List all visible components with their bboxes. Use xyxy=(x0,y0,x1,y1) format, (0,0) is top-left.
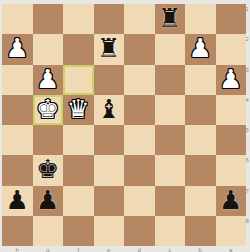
square-f8[interactable] xyxy=(63,216,94,246)
square-c6[interactable] xyxy=(155,155,186,185)
square-b2[interactable]: ♟ xyxy=(185,34,216,64)
rank-label-1: 1 xyxy=(246,6,249,12)
rank-label-4: 4 xyxy=(246,97,249,103)
square-h6[interactable] xyxy=(2,155,33,185)
square-a2[interactable] xyxy=(216,34,247,64)
black-pawn[interactable]: ♟ xyxy=(219,187,242,213)
white-pawn[interactable]: ♟ xyxy=(219,66,242,92)
black-rook[interactable]: ♜ xyxy=(158,5,181,31)
square-g8[interactable] xyxy=(33,216,64,246)
white-queen[interactable]: ♛ xyxy=(67,96,90,122)
square-a3[interactable]: ♟ xyxy=(216,65,247,95)
black-pawn[interactable]: ♟ xyxy=(6,187,29,213)
file-label-f: f xyxy=(77,247,79,252)
square-d1[interactable] xyxy=(124,4,155,34)
square-h8[interactable] xyxy=(2,216,33,246)
white-pawn[interactable]: ♟ xyxy=(6,35,29,61)
square-e4[interactable]: ♝ xyxy=(94,95,125,125)
square-h4[interactable] xyxy=(2,95,33,125)
square-e8[interactable] xyxy=(94,216,125,246)
square-f1[interactable] xyxy=(63,4,94,34)
square-e3[interactable] xyxy=(94,65,125,95)
square-f2[interactable] xyxy=(63,34,94,64)
square-c4[interactable] xyxy=(155,95,186,125)
square-e1[interactable] xyxy=(94,4,125,34)
rank-label-7: 7 xyxy=(246,188,249,194)
square-f7[interactable] xyxy=(63,186,94,216)
black-king[interactable]: ♚ xyxy=(36,156,59,182)
square-e7[interactable] xyxy=(94,186,125,216)
square-d2[interactable] xyxy=(124,34,155,64)
square-f3[interactable] xyxy=(63,65,94,95)
square-c2[interactable] xyxy=(155,34,186,64)
white-king[interactable]: ♚ xyxy=(36,96,59,122)
square-d8[interactable] xyxy=(124,216,155,246)
square-d6[interactable] xyxy=(124,155,155,185)
square-f4[interactable]: ♛ xyxy=(63,95,94,125)
square-h3[interactable] xyxy=(2,65,33,95)
file-label-h: h xyxy=(16,247,19,252)
file-label-e: e xyxy=(107,247,110,252)
square-g5[interactable] xyxy=(33,125,64,155)
square-c8[interactable] xyxy=(155,216,186,246)
square-h7[interactable]: ♟ xyxy=(2,186,33,216)
square-b1[interactable] xyxy=(185,4,216,34)
square-e6[interactable] xyxy=(94,155,125,185)
square-a6[interactable] xyxy=(216,155,247,185)
chess-board-page: ♜♟♜♟♟♟♚♛♝♚♟♟♟ 12345678 hgfedcba xyxy=(0,0,250,252)
white-pawn[interactable]: ♟ xyxy=(189,35,212,61)
square-e5[interactable] xyxy=(94,125,125,155)
chess-board: ♜♟♜♟♟♟♚♛♝♚♟♟♟ xyxy=(2,4,246,246)
square-d3[interactable] xyxy=(124,65,155,95)
rank-label-2: 2 xyxy=(246,36,249,42)
white-pawn[interactable]: ♟ xyxy=(36,66,59,92)
square-b7[interactable] xyxy=(185,186,216,216)
square-c7[interactable] xyxy=(155,186,186,216)
rank-label-3: 3 xyxy=(246,67,249,73)
square-g1[interactable] xyxy=(33,4,64,34)
square-a4[interactable] xyxy=(216,95,247,125)
square-h1[interactable] xyxy=(2,4,33,34)
file-label-a: a xyxy=(229,247,232,252)
square-b6[interactable] xyxy=(185,155,216,185)
square-b8[interactable] xyxy=(185,216,216,246)
square-b5[interactable] xyxy=(185,125,216,155)
rank-label-8: 8 xyxy=(246,218,249,224)
square-g4[interactable]: ♚ xyxy=(33,95,64,125)
square-a8[interactable] xyxy=(216,216,247,246)
square-g3[interactable]: ♟ xyxy=(33,65,64,95)
file-label-d: d xyxy=(138,247,141,252)
square-c1[interactable]: ♜ xyxy=(155,4,186,34)
square-a1[interactable] xyxy=(216,4,247,34)
rank-label-5: 5 xyxy=(246,127,249,133)
black-bishop[interactable]: ♝ xyxy=(97,96,120,122)
square-c5[interactable] xyxy=(155,125,186,155)
file-label-g: g xyxy=(46,247,49,252)
square-a5[interactable] xyxy=(216,125,247,155)
square-c3[interactable] xyxy=(155,65,186,95)
square-g6[interactable]: ♚ xyxy=(33,155,64,185)
square-b4[interactable] xyxy=(185,95,216,125)
square-f5[interactable] xyxy=(63,125,94,155)
rank-label-6: 6 xyxy=(246,157,249,163)
file-label-b: b xyxy=(199,247,202,252)
black-pawn[interactable]: ♟ xyxy=(36,187,59,213)
square-d7[interactable] xyxy=(124,186,155,216)
square-d5[interactable] xyxy=(124,125,155,155)
black-rook[interactable]: ♜ xyxy=(97,35,120,61)
square-a7[interactable]: ♟ xyxy=(216,186,247,216)
file-label-c: c xyxy=(168,247,171,252)
square-f6[interactable] xyxy=(63,155,94,185)
square-g7[interactable]: ♟ xyxy=(33,186,64,216)
square-e2[interactable]: ♜ xyxy=(94,34,125,64)
square-h2[interactable]: ♟ xyxy=(2,34,33,64)
square-h5[interactable] xyxy=(2,125,33,155)
square-b3[interactable] xyxy=(185,65,216,95)
square-g2[interactable] xyxy=(33,34,64,64)
square-d4[interactable] xyxy=(124,95,155,125)
